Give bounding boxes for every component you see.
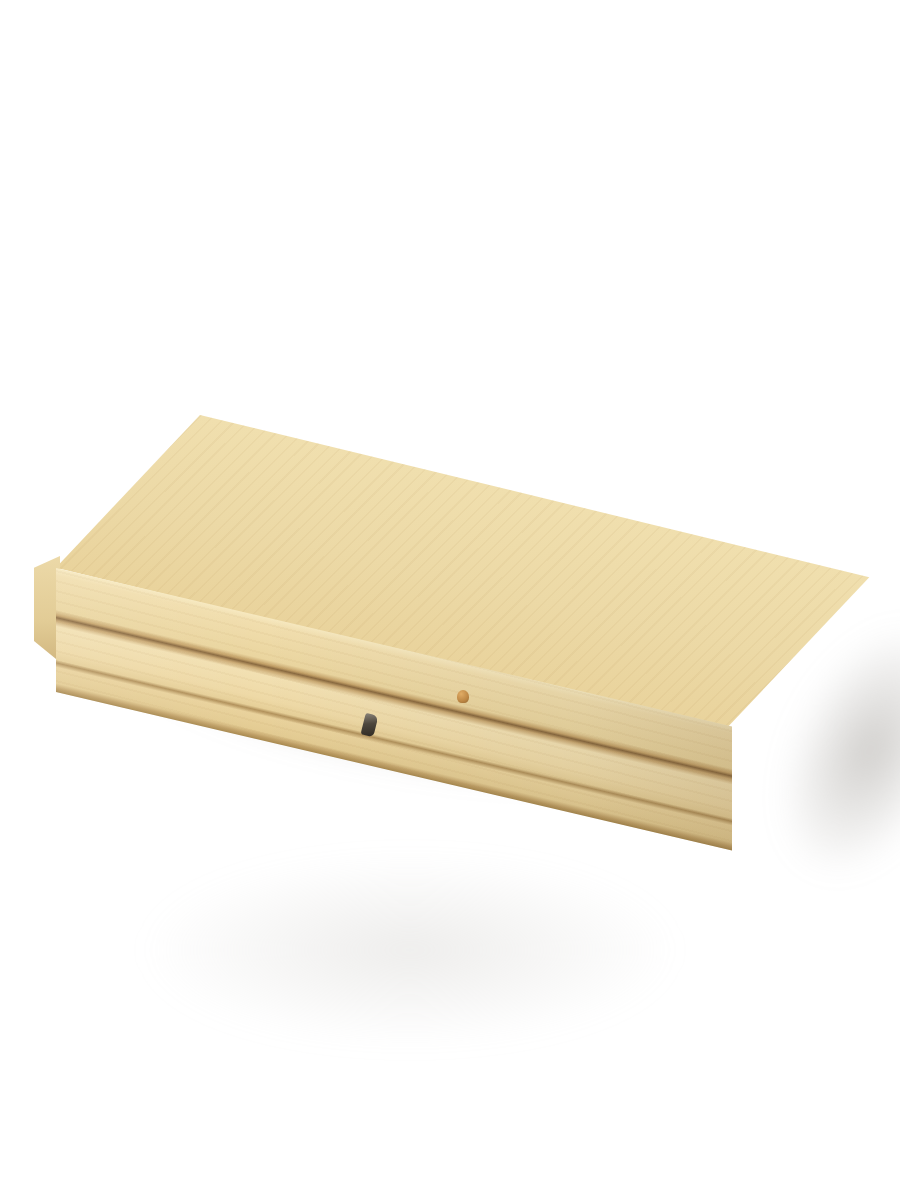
brass-latch-pin xyxy=(457,690,469,703)
chess-set-photo-scene xyxy=(0,0,900,1200)
floor-shadow-tint xyxy=(40,820,780,1080)
